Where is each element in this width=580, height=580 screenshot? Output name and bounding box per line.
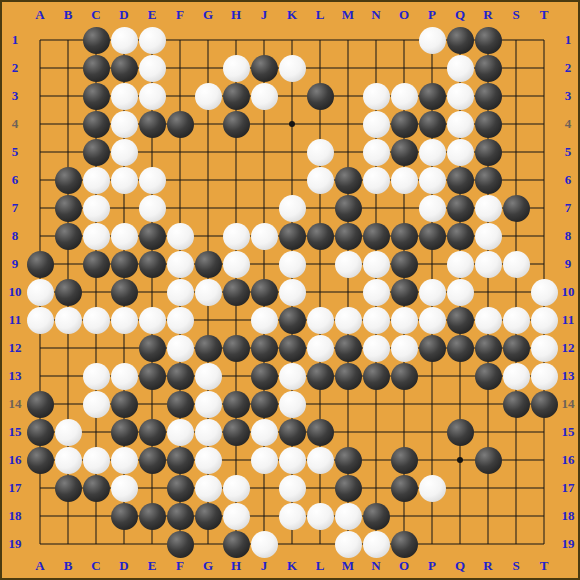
intersection-K16[interactable]: [278, 446, 306, 474]
intersection-G2[interactable]: [194, 54, 222, 82]
intersection-Q8[interactable]: [446, 222, 474, 250]
intersection-M9[interactable]: [334, 250, 362, 278]
intersection-C9[interactable]: [82, 250, 110, 278]
intersection-T14[interactable]: [530, 390, 558, 418]
intersection-O9[interactable]: [390, 250, 418, 278]
intersection-D3[interactable]: [110, 82, 138, 110]
intersection-L13[interactable]: [306, 362, 334, 390]
intersection-S19[interactable]: [502, 530, 530, 558]
intersection-Q9[interactable]: [446, 250, 474, 278]
intersection-T15[interactable]: [530, 418, 558, 446]
intersection-N7[interactable]: [362, 194, 390, 222]
intersection-T18[interactable]: [530, 502, 558, 530]
intersection-Q10[interactable]: [446, 278, 474, 306]
intersection-M4[interactable]: [334, 110, 362, 138]
intersection-E15[interactable]: [138, 418, 166, 446]
intersection-J7[interactable]: [250, 194, 278, 222]
intersection-A19[interactable]: [26, 530, 54, 558]
intersection-P5[interactable]: [418, 138, 446, 166]
intersection-S5[interactable]: [502, 138, 530, 166]
intersection-N13[interactable]: [362, 362, 390, 390]
intersection-F19[interactable]: [166, 530, 194, 558]
intersection-L19[interactable]: [306, 530, 334, 558]
intersection-G15[interactable]: [194, 418, 222, 446]
intersection-C16[interactable]: [82, 446, 110, 474]
intersection-D14[interactable]: [110, 390, 138, 418]
intersection-Q12[interactable]: [446, 334, 474, 362]
intersection-A12[interactable]: [26, 334, 54, 362]
intersection-E7[interactable]: [138, 194, 166, 222]
intersection-R3[interactable]: [474, 82, 502, 110]
intersection-F14[interactable]: [166, 390, 194, 418]
intersection-B17[interactable]: [54, 474, 82, 502]
intersection-T1[interactable]: [530, 26, 558, 54]
intersection-N4[interactable]: [362, 110, 390, 138]
intersection-B4[interactable]: [54, 110, 82, 138]
intersection-F2[interactable]: [166, 54, 194, 82]
intersection-P8[interactable]: [418, 222, 446, 250]
intersection-J16[interactable]: [250, 446, 278, 474]
intersection-E8[interactable]: [138, 222, 166, 250]
intersection-K11[interactable]: [278, 306, 306, 334]
intersection-O12[interactable]: [390, 334, 418, 362]
intersection-J11[interactable]: [250, 306, 278, 334]
intersection-N3[interactable]: [362, 82, 390, 110]
intersection-D8[interactable]: [110, 222, 138, 250]
intersection-M19[interactable]: [334, 530, 362, 558]
intersection-N12[interactable]: [362, 334, 390, 362]
intersection-G19[interactable]: [194, 530, 222, 558]
intersection-H12[interactable]: [222, 334, 250, 362]
intersection-E12[interactable]: [138, 334, 166, 362]
intersection-M13[interactable]: [334, 362, 362, 390]
intersection-B6[interactable]: [54, 166, 82, 194]
intersection-D4[interactable]: [110, 110, 138, 138]
intersection-Q18[interactable]: [446, 502, 474, 530]
intersection-D17[interactable]: [110, 474, 138, 502]
intersection-H16[interactable]: [222, 446, 250, 474]
intersection-R11[interactable]: [474, 306, 502, 334]
intersection-K1[interactable]: [278, 26, 306, 54]
intersection-P4[interactable]: [418, 110, 446, 138]
intersection-G12[interactable]: [194, 334, 222, 362]
intersection-L15[interactable]: [306, 418, 334, 446]
intersection-S15[interactable]: [502, 418, 530, 446]
intersection-Q6[interactable]: [446, 166, 474, 194]
intersection-G8[interactable]: [194, 222, 222, 250]
intersection-T2[interactable]: [530, 54, 558, 82]
intersection-C6[interactable]: [82, 166, 110, 194]
intersection-C17[interactable]: [82, 474, 110, 502]
intersection-H18[interactable]: [222, 502, 250, 530]
intersection-O4[interactable]: [390, 110, 418, 138]
intersection-P3[interactable]: [418, 82, 446, 110]
intersection-O6[interactable]: [390, 166, 418, 194]
intersection-H17[interactable]: [222, 474, 250, 502]
intersection-B11[interactable]: [54, 306, 82, 334]
intersection-D10[interactable]: [110, 278, 138, 306]
intersection-H1[interactable]: [222, 26, 250, 54]
intersection-R8[interactable]: [474, 222, 502, 250]
intersection-L16[interactable]: [306, 446, 334, 474]
intersection-N2[interactable]: [362, 54, 390, 82]
intersection-H3[interactable]: [222, 82, 250, 110]
intersection-P2[interactable]: [418, 54, 446, 82]
intersection-S18[interactable]: [502, 502, 530, 530]
intersection-M12[interactable]: [334, 334, 362, 362]
intersection-S9[interactable]: [502, 250, 530, 278]
intersection-F6[interactable]: [166, 166, 194, 194]
intersection-T4[interactable]: [530, 110, 558, 138]
intersection-B5[interactable]: [54, 138, 82, 166]
intersection-Q4[interactable]: [446, 110, 474, 138]
intersection-H15[interactable]: [222, 418, 250, 446]
intersection-J4[interactable]: [250, 110, 278, 138]
intersection-R18[interactable]: [474, 502, 502, 530]
intersection-J12[interactable]: [250, 334, 278, 362]
intersection-D5[interactable]: [110, 138, 138, 166]
intersection-L2[interactable]: [306, 54, 334, 82]
intersection-T19[interactable]: [530, 530, 558, 558]
intersection-Q11[interactable]: [446, 306, 474, 334]
intersection-J2[interactable]: [250, 54, 278, 82]
intersection-M15[interactable]: [334, 418, 362, 446]
intersection-C14[interactable]: [82, 390, 110, 418]
intersection-K8[interactable]: [278, 222, 306, 250]
intersection-R15[interactable]: [474, 418, 502, 446]
intersection-B19[interactable]: [54, 530, 82, 558]
intersection-C2[interactable]: [82, 54, 110, 82]
intersection-K18[interactable]: [278, 502, 306, 530]
intersection-L17[interactable]: [306, 474, 334, 502]
intersection-R2[interactable]: [474, 54, 502, 82]
intersection-P19[interactable]: [418, 530, 446, 558]
intersection-E19[interactable]: [138, 530, 166, 558]
intersection-N5[interactable]: [362, 138, 390, 166]
intersection-O13[interactable]: [390, 362, 418, 390]
intersection-H2[interactable]: [222, 54, 250, 82]
intersection-A1[interactable]: [26, 26, 54, 54]
intersection-J5[interactable]: [250, 138, 278, 166]
intersection-M10[interactable]: [334, 278, 362, 306]
intersection-G16[interactable]: [194, 446, 222, 474]
intersection-G6[interactable]: [194, 166, 222, 194]
intersection-O10[interactable]: [390, 278, 418, 306]
intersection-P6[interactable]: [418, 166, 446, 194]
intersection-S4[interactable]: [502, 110, 530, 138]
intersection-R10[interactable]: [474, 278, 502, 306]
intersection-F10[interactable]: [166, 278, 194, 306]
intersection-S16[interactable]: [502, 446, 530, 474]
intersection-F15[interactable]: [166, 418, 194, 446]
intersection-R16[interactable]: [474, 446, 502, 474]
intersection-T11[interactable]: [530, 306, 558, 334]
intersection-M16[interactable]: [334, 446, 362, 474]
intersection-N9[interactable]: [362, 250, 390, 278]
intersection-G3[interactable]: [194, 82, 222, 110]
intersection-A5[interactable]: [26, 138, 54, 166]
intersection-C11[interactable]: [82, 306, 110, 334]
intersection-G18[interactable]: [194, 502, 222, 530]
intersection-T13[interactable]: [530, 362, 558, 390]
intersection-C13[interactable]: [82, 362, 110, 390]
intersection-A11[interactable]: [26, 306, 54, 334]
intersection-C15[interactable]: [82, 418, 110, 446]
intersection-K3[interactable]: [278, 82, 306, 110]
intersection-G14[interactable]: [194, 390, 222, 418]
intersection-J6[interactable]: [250, 166, 278, 194]
intersection-A13[interactable]: [26, 362, 54, 390]
intersection-B10[interactable]: [54, 278, 82, 306]
intersection-S12[interactable]: [502, 334, 530, 362]
intersection-D9[interactable]: [110, 250, 138, 278]
intersection-B9[interactable]: [54, 250, 82, 278]
intersection-D13[interactable]: [110, 362, 138, 390]
intersection-O8[interactable]: [390, 222, 418, 250]
intersection-P14[interactable]: [418, 390, 446, 418]
intersection-K9[interactable]: [278, 250, 306, 278]
intersection-P12[interactable]: [418, 334, 446, 362]
intersection-Q16[interactable]: [446, 446, 474, 474]
intersection-T5[interactable]: [530, 138, 558, 166]
intersection-E17[interactable]: [138, 474, 166, 502]
intersection-K4[interactable]: [278, 110, 306, 138]
intersection-L5[interactable]: [306, 138, 334, 166]
intersection-N11[interactable]: [362, 306, 390, 334]
intersection-H10[interactable]: [222, 278, 250, 306]
intersection-F17[interactable]: [166, 474, 194, 502]
intersection-P15[interactable]: [418, 418, 446, 446]
intersection-N16[interactable]: [362, 446, 390, 474]
intersection-G7[interactable]: [194, 194, 222, 222]
intersection-P16[interactable]: [418, 446, 446, 474]
intersection-E16[interactable]: [138, 446, 166, 474]
intersection-B13[interactable]: [54, 362, 82, 390]
intersection-O16[interactable]: [390, 446, 418, 474]
intersection-B16[interactable]: [54, 446, 82, 474]
intersection-M6[interactable]: [334, 166, 362, 194]
intersection-B18[interactable]: [54, 502, 82, 530]
intersection-B12[interactable]: [54, 334, 82, 362]
intersection-K15[interactable]: [278, 418, 306, 446]
intersection-D7[interactable]: [110, 194, 138, 222]
intersection-S2[interactable]: [502, 54, 530, 82]
intersection-K7[interactable]: [278, 194, 306, 222]
intersection-G9[interactable]: [194, 250, 222, 278]
intersection-C8[interactable]: [82, 222, 110, 250]
intersection-A15[interactable]: [26, 418, 54, 446]
intersection-B8[interactable]: [54, 222, 82, 250]
intersection-G13[interactable]: [194, 362, 222, 390]
intersection-G11[interactable]: [194, 306, 222, 334]
intersection-N10[interactable]: [362, 278, 390, 306]
intersection-O19[interactable]: [390, 530, 418, 558]
intersection-T10[interactable]: [530, 278, 558, 306]
intersection-J17[interactable]: [250, 474, 278, 502]
intersection-E9[interactable]: [138, 250, 166, 278]
intersection-E6[interactable]: [138, 166, 166, 194]
intersection-A18[interactable]: [26, 502, 54, 530]
intersection-H11[interactable]: [222, 306, 250, 334]
intersection-K5[interactable]: [278, 138, 306, 166]
intersection-M14[interactable]: [334, 390, 362, 418]
intersection-R12[interactable]: [474, 334, 502, 362]
intersection-A16[interactable]: [26, 446, 54, 474]
intersection-B15[interactable]: [54, 418, 82, 446]
intersection-R13[interactable]: [474, 362, 502, 390]
intersection-L4[interactable]: [306, 110, 334, 138]
intersection-J1[interactable]: [250, 26, 278, 54]
intersection-P10[interactable]: [418, 278, 446, 306]
intersection-E18[interactable]: [138, 502, 166, 530]
intersection-N15[interactable]: [362, 418, 390, 446]
intersection-K2[interactable]: [278, 54, 306, 82]
intersection-R1[interactable]: [474, 26, 502, 54]
intersection-H4[interactable]: [222, 110, 250, 138]
intersection-Q17[interactable]: [446, 474, 474, 502]
intersection-D11[interactable]: [110, 306, 138, 334]
intersection-K17[interactable]: [278, 474, 306, 502]
intersection-E14[interactable]: [138, 390, 166, 418]
intersection-Q7[interactable]: [446, 194, 474, 222]
intersection-F16[interactable]: [166, 446, 194, 474]
intersection-B14[interactable]: [54, 390, 82, 418]
intersection-B3[interactable]: [54, 82, 82, 110]
intersection-E2[interactable]: [138, 54, 166, 82]
intersection-F5[interactable]: [166, 138, 194, 166]
intersection-D6[interactable]: [110, 166, 138, 194]
intersection-K14[interactable]: [278, 390, 306, 418]
intersection-M18[interactable]: [334, 502, 362, 530]
intersection-F9[interactable]: [166, 250, 194, 278]
intersection-A14[interactable]: [26, 390, 54, 418]
intersection-J3[interactable]: [250, 82, 278, 110]
intersection-A9[interactable]: [26, 250, 54, 278]
intersection-H9[interactable]: [222, 250, 250, 278]
intersection-B7[interactable]: [54, 194, 82, 222]
intersection-M5[interactable]: [334, 138, 362, 166]
intersection-M17[interactable]: [334, 474, 362, 502]
intersection-D12[interactable]: [110, 334, 138, 362]
intersection-G5[interactable]: [194, 138, 222, 166]
intersection-M7[interactable]: [334, 194, 362, 222]
intersection-R19[interactable]: [474, 530, 502, 558]
intersection-O7[interactable]: [390, 194, 418, 222]
intersection-D16[interactable]: [110, 446, 138, 474]
intersection-N17[interactable]: [362, 474, 390, 502]
intersection-S11[interactable]: [502, 306, 530, 334]
intersection-L7[interactable]: [306, 194, 334, 222]
intersection-Q1[interactable]: [446, 26, 474, 54]
intersection-F4[interactable]: [166, 110, 194, 138]
intersection-N6[interactable]: [362, 166, 390, 194]
intersection-G17[interactable]: [194, 474, 222, 502]
intersection-F18[interactable]: [166, 502, 194, 530]
intersection-F11[interactable]: [166, 306, 194, 334]
intersection-D15[interactable]: [110, 418, 138, 446]
intersection-O15[interactable]: [390, 418, 418, 446]
intersection-C5[interactable]: [82, 138, 110, 166]
intersection-R5[interactable]: [474, 138, 502, 166]
intersection-F8[interactable]: [166, 222, 194, 250]
intersection-R17[interactable]: [474, 474, 502, 502]
intersection-L18[interactable]: [306, 502, 334, 530]
intersection-A6[interactable]: [26, 166, 54, 194]
intersection-R14[interactable]: [474, 390, 502, 418]
intersection-R7[interactable]: [474, 194, 502, 222]
intersection-H14[interactable]: [222, 390, 250, 418]
intersection-M1[interactable]: [334, 26, 362, 54]
intersection-N14[interactable]: [362, 390, 390, 418]
intersection-P9[interactable]: [418, 250, 446, 278]
intersection-H8[interactable]: [222, 222, 250, 250]
intersection-J19[interactable]: [250, 530, 278, 558]
intersection-Q5[interactable]: [446, 138, 474, 166]
intersection-T17[interactable]: [530, 474, 558, 502]
intersection-K13[interactable]: [278, 362, 306, 390]
intersection-E10[interactable]: [138, 278, 166, 306]
intersection-A17[interactable]: [26, 474, 54, 502]
intersection-J13[interactable]: [250, 362, 278, 390]
intersection-M3[interactable]: [334, 82, 362, 110]
intersection-N1[interactable]: [362, 26, 390, 54]
intersection-A3[interactable]: [26, 82, 54, 110]
intersection-D1[interactable]: [110, 26, 138, 54]
intersection-O2[interactable]: [390, 54, 418, 82]
intersection-Q2[interactable]: [446, 54, 474, 82]
intersection-O11[interactable]: [390, 306, 418, 334]
intersection-R9[interactable]: [474, 250, 502, 278]
intersection-O17[interactable]: [390, 474, 418, 502]
intersection-A8[interactable]: [26, 222, 54, 250]
intersection-L9[interactable]: [306, 250, 334, 278]
intersection-P17[interactable]: [418, 474, 446, 502]
intersection-T7[interactable]: [530, 194, 558, 222]
intersection-L14[interactable]: [306, 390, 334, 418]
intersection-J10[interactable]: [250, 278, 278, 306]
intersection-L10[interactable]: [306, 278, 334, 306]
intersection-H19[interactable]: [222, 530, 250, 558]
intersection-S10[interactable]: [502, 278, 530, 306]
intersection-T6[interactable]: [530, 166, 558, 194]
intersection-A10[interactable]: [26, 278, 54, 306]
intersection-T16[interactable]: [530, 446, 558, 474]
intersection-A4[interactable]: [26, 110, 54, 138]
intersection-T9[interactable]: [530, 250, 558, 278]
intersection-G4[interactable]: [194, 110, 222, 138]
intersection-K6[interactable]: [278, 166, 306, 194]
intersection-L3[interactable]: [306, 82, 334, 110]
intersection-L12[interactable]: [306, 334, 334, 362]
intersection-L11[interactable]: [306, 306, 334, 334]
intersection-T8[interactable]: [530, 222, 558, 250]
intersection-A2[interactable]: [26, 54, 54, 82]
intersection-S14[interactable]: [502, 390, 530, 418]
intersection-F7[interactable]: [166, 194, 194, 222]
intersection-G1[interactable]: [194, 26, 222, 54]
intersection-K12[interactable]: [278, 334, 306, 362]
intersection-D2[interactable]: [110, 54, 138, 82]
intersection-H5[interactable]: [222, 138, 250, 166]
intersection-C18[interactable]: [82, 502, 110, 530]
intersection-Q3[interactable]: [446, 82, 474, 110]
intersection-T3[interactable]: [530, 82, 558, 110]
intersection-E13[interactable]: [138, 362, 166, 390]
intersection-P11[interactable]: [418, 306, 446, 334]
intersection-J14[interactable]: [250, 390, 278, 418]
intersection-N19[interactable]: [362, 530, 390, 558]
intersection-A7[interactable]: [26, 194, 54, 222]
